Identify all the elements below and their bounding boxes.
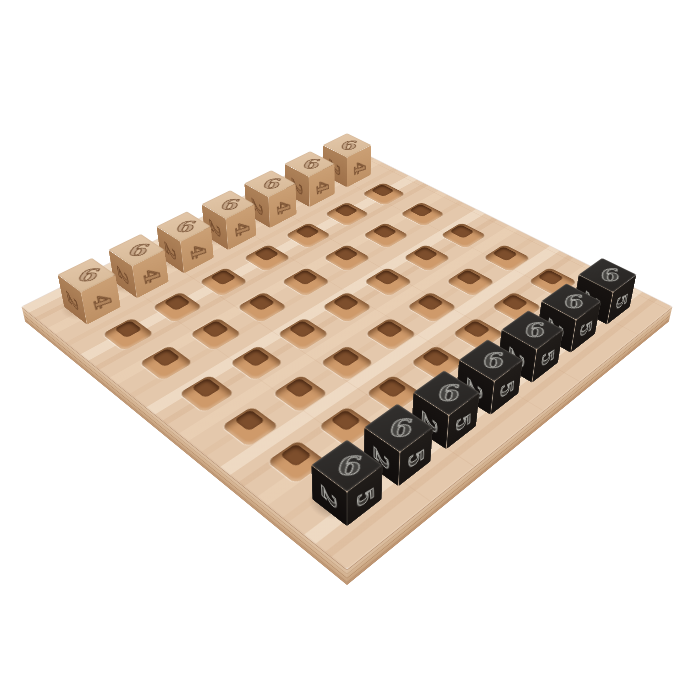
die-pip-value: 4 xyxy=(352,156,367,177)
hole-pit xyxy=(409,204,433,217)
hole-cell[interactable] xyxy=(363,222,410,248)
die-pip-value: 5 xyxy=(406,442,426,472)
hole-cell[interactable] xyxy=(243,244,291,272)
hole-pit xyxy=(417,294,444,311)
hole-cell[interactable] xyxy=(152,292,203,323)
die-pip-value: 5 xyxy=(498,374,516,402)
hole-pit xyxy=(331,348,360,367)
hole-cell[interactable] xyxy=(400,202,445,227)
hole-cell[interactable] xyxy=(102,318,155,351)
hole-cell[interactable] xyxy=(365,318,418,351)
hole-cell[interactable] xyxy=(446,267,495,296)
hole-cell[interactable] xyxy=(322,292,373,323)
hole-cell[interactable] xyxy=(189,318,242,351)
die-pip-value: 6 xyxy=(595,266,621,283)
hole-pit xyxy=(234,410,265,432)
hole-pit xyxy=(241,348,270,367)
die-pip-value: 5 xyxy=(614,287,630,312)
hole-pit xyxy=(377,378,407,398)
die-pip-value: 6 xyxy=(478,350,504,371)
hole-pit xyxy=(462,320,490,338)
hole-pit xyxy=(375,320,403,338)
die-pip-value: 6 xyxy=(75,266,98,283)
die-pip-value: 2 xyxy=(115,264,130,285)
die-pip-value: 6 xyxy=(434,382,460,404)
hole-pit xyxy=(151,348,180,367)
hole-cell[interactable] xyxy=(362,182,406,206)
hole-pit xyxy=(288,320,316,338)
hole-cell[interactable] xyxy=(320,345,374,381)
die-pip-value: 4 xyxy=(140,262,162,286)
hole-pit xyxy=(284,378,314,398)
hole-pit xyxy=(114,320,142,338)
hole-pit xyxy=(421,348,450,367)
hole-pit xyxy=(413,246,439,261)
hole-pit xyxy=(295,225,320,239)
hole-pit xyxy=(191,378,221,398)
hole-pit xyxy=(332,294,359,311)
hole-pit xyxy=(292,270,319,286)
hole-pit xyxy=(280,444,312,467)
die-pip-value: 6 xyxy=(334,452,360,478)
hole-pit xyxy=(449,225,474,239)
hole-cell[interactable] xyxy=(285,222,332,248)
die-pip-value: 5 xyxy=(354,480,376,511)
hole-pit xyxy=(371,184,395,197)
hole-cell[interactable] xyxy=(272,375,328,413)
hole-cell[interactable] xyxy=(237,292,288,323)
hole-cell[interactable] xyxy=(403,244,451,272)
die-pip-value: 2 xyxy=(65,289,80,311)
hole-cell[interactable] xyxy=(483,244,531,272)
die-pip-value: 4 xyxy=(274,195,291,217)
hole-pit xyxy=(330,410,361,432)
die-pip-value: 5 xyxy=(454,407,473,436)
die-pip-value: 6 xyxy=(261,177,278,190)
hole-pit xyxy=(492,246,518,261)
die-pip-value: 4 xyxy=(187,238,207,261)
hole-pit xyxy=(254,246,280,261)
die-pip-value: 4 xyxy=(232,216,251,239)
die-pip-value: 6 xyxy=(386,416,412,440)
hole-pit xyxy=(455,270,482,286)
hole-pit xyxy=(372,225,397,239)
die-pip-value: 6 xyxy=(174,219,194,234)
die-pip-value: 4 xyxy=(314,175,330,196)
hole-pit xyxy=(333,246,359,261)
hole-cell[interactable] xyxy=(229,345,283,381)
board-scene: 6246256246256246256246256246256246256246… xyxy=(22,145,673,569)
hole-cell[interactable] xyxy=(323,244,371,272)
die-pip-value: 6 xyxy=(301,158,318,171)
die-pip-value: 6 xyxy=(520,320,546,339)
die-pip-value: 5 xyxy=(539,343,556,370)
die-pip-value: 4 xyxy=(89,287,113,312)
hole-cell[interactable] xyxy=(440,222,487,248)
hole-cell[interactable] xyxy=(324,202,369,227)
hole-pit xyxy=(248,294,275,311)
hole-pit xyxy=(163,294,190,311)
die-pip-value: 6 xyxy=(338,139,355,151)
hole-cell[interactable] xyxy=(221,406,279,447)
hole-cell[interactable] xyxy=(363,267,412,296)
hole-cell[interactable] xyxy=(281,267,330,296)
hole-pit xyxy=(201,320,229,338)
hole-pit xyxy=(210,270,237,286)
hole-cell[interactable] xyxy=(139,345,193,381)
die-pip-value: 5 xyxy=(578,314,595,340)
hole-pit xyxy=(501,294,529,311)
die-pip-value: 6 xyxy=(126,242,147,258)
hole-cell[interactable] xyxy=(179,375,235,413)
hole-pit xyxy=(537,270,564,286)
die-pip-value: 6 xyxy=(219,197,237,211)
hole-pit xyxy=(334,204,358,217)
die-pip-value: 6 xyxy=(558,292,584,310)
die-pip-value: 2 xyxy=(319,482,339,510)
hole-cell[interactable] xyxy=(406,292,457,323)
hole-pit xyxy=(374,270,401,286)
hole-cell[interactable] xyxy=(199,267,248,296)
hole-cell[interactable] xyxy=(277,318,330,351)
